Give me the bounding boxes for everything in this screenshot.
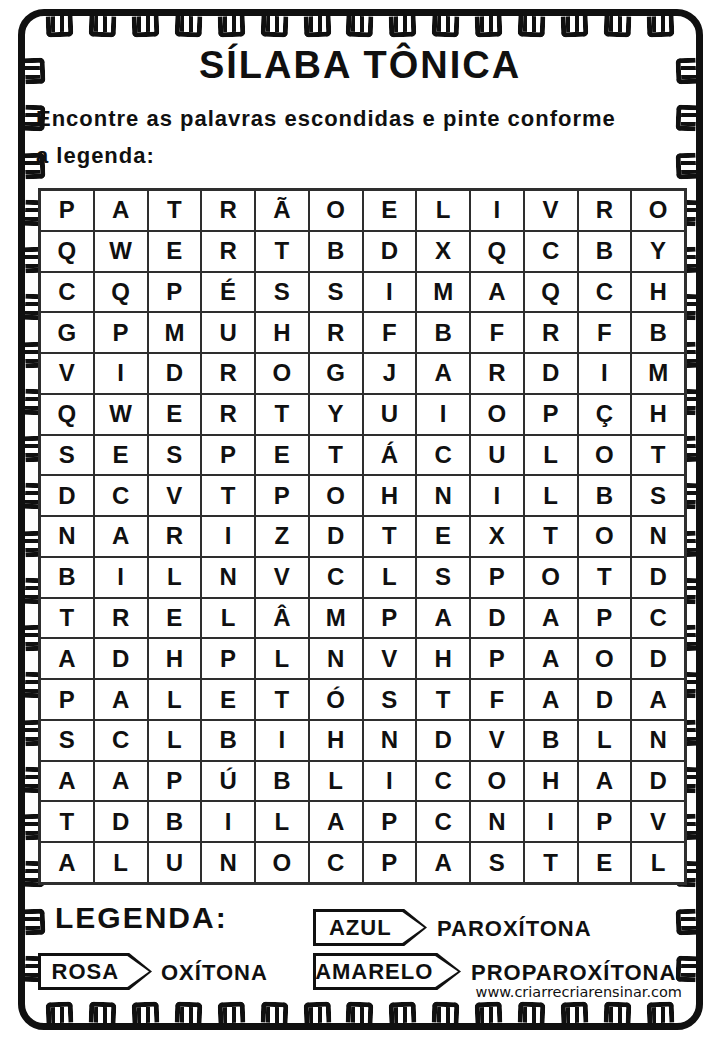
grid-cell[interactable]: J — [363, 353, 417, 394]
grid-cell[interactable]: U — [363, 394, 417, 435]
comb-ornament — [346, 16, 374, 38]
grid-cell[interactable]: L — [201, 598, 255, 639]
comb-ornament — [676, 105, 697, 132]
grid-cell[interactable]: É — [201, 272, 255, 313]
grid-cell[interactable]: H — [148, 638, 202, 679]
grid-cell[interactable]: C — [416, 801, 470, 842]
grid-cell[interactable]: B — [578, 231, 632, 272]
grid-cell[interactable]: L — [255, 638, 309, 679]
legend-color-label: AMARELO — [315, 959, 459, 985]
grid-cell[interactable]: B — [416, 312, 470, 353]
grid-cell[interactable]: M — [631, 353, 685, 394]
grid-cell[interactable]: L — [255, 801, 309, 842]
grid-cell[interactable]: G — [309, 353, 363, 394]
comb-ornament — [432, 16, 460, 38]
grid-cell[interactable]: O — [255, 353, 309, 394]
comb-ornament — [131, 1002, 159, 1024]
grid-cell[interactable]: L — [578, 720, 632, 761]
grid-cell[interactable]: E — [578, 842, 632, 883]
grid-cell[interactable]: R — [578, 190, 632, 231]
grid-cell[interactable]: O — [631, 190, 685, 231]
grid-cell[interactable]: W — [94, 231, 148, 272]
grid-cell[interactable]: T — [524, 842, 578, 883]
grid-cell[interactable]: P — [470, 557, 524, 598]
grid-cell[interactable]: L — [148, 557, 202, 598]
grid-cell[interactable]: C — [40, 272, 94, 313]
comb-ornament — [647, 1002, 675, 1024]
grid-cell[interactable]: R — [201, 190, 255, 231]
grid-cell[interactable]: D — [524, 353, 578, 394]
grid-cell[interactable]: N — [40, 516, 94, 557]
comb-ornament — [217, 1002, 245, 1024]
comb-ornament — [561, 1002, 589, 1024]
comb-ornament — [303, 16, 331, 38]
comb-ornament — [131, 16, 159, 38]
grid-cell[interactable]: T — [363, 516, 417, 557]
grid-cell[interactable]: I — [416, 394, 470, 435]
grid-cell[interactable]: O — [255, 842, 309, 883]
grid-cell[interactable]: U — [148, 842, 202, 883]
comb-ornament — [46, 16, 74, 38]
grid-cell[interactable]: C — [416, 761, 470, 802]
grid-cell[interactable]: D — [363, 231, 417, 272]
grid-cell[interactable]: N — [363, 720, 417, 761]
grid-cell[interactable]: C — [416, 435, 470, 476]
comb-ornament — [518, 1002, 546, 1024]
grid-cell[interactable]: I — [201, 516, 255, 557]
grid-cell[interactable]: D — [631, 638, 685, 679]
grid-cell[interactable]: T — [201, 475, 255, 516]
grid-cell[interactable]: H — [631, 394, 685, 435]
grid-cell[interactable]: D — [94, 801, 148, 842]
grid-cell[interactable]: A — [40, 842, 94, 883]
grid-cell[interactable]: Q — [94, 272, 148, 313]
grid-cell[interactable]: P — [201, 435, 255, 476]
grid-cell[interactable]: P — [363, 801, 417, 842]
legend-meaning-proparoxitona: PROPAROXÍTONA — [471, 960, 676, 986]
grid-cell[interactable]: D — [470, 598, 524, 639]
grid-cell[interactable]: Ú — [201, 761, 255, 802]
grid-cell[interactable]: S — [40, 435, 94, 476]
grid-cell[interactable]: N — [416, 475, 470, 516]
grid-cell[interactable]: S — [631, 475, 685, 516]
grid-cell[interactable]: B — [201, 720, 255, 761]
grid-cell[interactable]: D — [309, 516, 363, 557]
grid-cell[interactable]: P — [148, 761, 202, 802]
comb-ornament — [518, 16, 546, 38]
grid-cell[interactable]: P — [148, 272, 202, 313]
grid-cell[interactable]: O — [578, 516, 632, 557]
grid-cell[interactable]: L — [631, 842, 685, 883]
comb-ornament — [604, 1002, 632, 1024]
page-title: SÍLABA TÔNICA — [20, 44, 700, 87]
grid-cell[interactable]: F — [578, 312, 632, 353]
grid-cell[interactable]: Q — [524, 272, 578, 313]
legend-meaning-paroxitona: PAROXÍTONA — [437, 916, 592, 942]
grid-cell[interactable]: D — [40, 475, 94, 516]
grid-cell[interactable]: B — [309, 231, 363, 272]
grid-cell[interactable]: O — [470, 394, 524, 435]
grid-cell[interactable]: P — [94, 312, 148, 353]
grid-cell[interactable]: P — [255, 475, 309, 516]
grid-cell[interactable]: S — [255, 272, 309, 313]
comb-ornament — [676, 908, 697, 935]
grid-cell[interactable]: T — [255, 679, 309, 720]
grid-cell[interactable]: M — [148, 312, 202, 353]
border-ornament-top — [46, 16, 674, 37]
legend-tag-amarelo: AMARELO — [313, 953, 461, 990]
grid-cell[interactable]: O — [309, 475, 363, 516]
grid-cell[interactable]: P — [470, 638, 524, 679]
grid-cell[interactable]: P — [363, 842, 417, 883]
grid-cell[interactable]: T — [309, 435, 363, 476]
legend-color-label: ROSA — [52, 959, 139, 985]
grid-cell[interactable]: D — [416, 720, 470, 761]
grid-cell[interactable]: T — [416, 679, 470, 720]
grid-cell[interactable]: O — [524, 557, 578, 598]
grid-cell[interactable]: B — [631, 312, 685, 353]
grid-cell[interactable]: R — [201, 394, 255, 435]
grid-cell[interactable]: E — [201, 679, 255, 720]
legend-tag-amarelo-inner: AMARELO — [316, 956, 458, 987]
comb-ornament — [174, 16, 202, 38]
grid-cell[interactable]: Á — [363, 435, 417, 476]
grid-cell[interactable]: A — [309, 801, 363, 842]
grid-cell[interactable]: M — [416, 272, 470, 313]
grid-cell[interactable]: Ç — [578, 394, 632, 435]
grid-cell[interactable]: T — [255, 231, 309, 272]
grid-cell[interactable]: A — [524, 638, 578, 679]
grid-cell[interactable]: I — [255, 720, 309, 761]
grid-cell[interactable]: A — [94, 679, 148, 720]
grid-cell[interactable]: D — [631, 761, 685, 802]
grid-cell[interactable]: C — [578, 272, 632, 313]
word-search-grid: PATRÃOELIVROQWERTBDXQCBYCQPÉSSIMAQCHGPMU… — [38, 188, 687, 885]
grid-cell[interactable]: S — [148, 435, 202, 476]
grid-cell[interactable]: V — [470, 720, 524, 761]
grid-cell[interactable]: N — [309, 638, 363, 679]
grid-cell[interactable]: A — [40, 638, 94, 679]
grid-cell[interactable]: E — [148, 231, 202, 272]
grid-cell[interactable]: P — [578, 801, 632, 842]
comb-ornament — [174, 1002, 202, 1024]
grid-cell[interactable]: A — [94, 190, 148, 231]
grid-cell[interactable]: R — [309, 312, 363, 353]
grid-cell[interactable]: L — [94, 842, 148, 883]
grid-cell[interactable]: C — [94, 720, 148, 761]
grid-cell[interactable]: S — [416, 557, 470, 598]
grid-cell[interactable]: P — [201, 638, 255, 679]
comb-ornament — [46, 1002, 74, 1024]
grid-cell[interactable]: L — [363, 557, 417, 598]
instructions-line1: Encontre as palavras escondidas e pinte … — [36, 106, 616, 132]
grid-cell[interactable]: L — [416, 190, 470, 231]
grid-cell[interactable]: R — [148, 516, 202, 557]
grid-cell[interactable]: I — [578, 353, 632, 394]
grid-cell[interactable]: Q — [470, 231, 524, 272]
grid-cell[interactable]: I — [524, 801, 578, 842]
grid-cell[interactable]: A — [94, 516, 148, 557]
grid-cell[interactable]: B — [148, 801, 202, 842]
grid-cell[interactable]: A — [416, 598, 470, 639]
grid-cell[interactable]: P — [40, 679, 94, 720]
comb-ornament — [260, 1002, 288, 1024]
grid-cell[interactable]: D — [94, 638, 148, 679]
grid-cell[interactable]: N — [470, 801, 524, 842]
grid-cell[interactable]: T — [40, 598, 94, 639]
grid-cell[interactable]: S — [309, 272, 363, 313]
grid-cell[interactable]: A — [631, 679, 685, 720]
legend-tag-azul: AZUL — [313, 909, 427, 946]
grid-cell[interactable]: A — [416, 353, 470, 394]
grid-cell[interactable]: L — [309, 761, 363, 802]
grid-cell[interactable]: X — [416, 231, 470, 272]
comb-ornament — [260, 16, 288, 38]
instructions-line2: a legenda: — [36, 143, 155, 169]
grid-cell[interactable]: F — [470, 679, 524, 720]
legend-tag-azul-inner: AZUL — [316, 912, 424, 943]
grid-cell[interactable]: C — [524, 231, 578, 272]
grid-cell[interactable]: S — [470, 842, 524, 883]
grid-cell[interactable]: P — [578, 598, 632, 639]
grid-cell[interactable]: H — [255, 312, 309, 353]
legend-heading: LEGENDA: — [55, 901, 228, 935]
border-ornament-bottom — [46, 1002, 674, 1023]
grid-cell[interactable]: C — [309, 842, 363, 883]
grid-cell[interactable]: Q — [40, 394, 94, 435]
grid-cell[interactable]: I — [94, 557, 148, 598]
grid-cell[interactable]: E — [148, 394, 202, 435]
grid-cell[interactable]: B — [40, 557, 94, 598]
comb-ornament — [604, 16, 632, 38]
comb-ornament — [676, 955, 697, 982]
comb-ornament — [89, 16, 117, 38]
grid-cell[interactable]: S — [40, 720, 94, 761]
grid-cell[interactable]: V — [631, 801, 685, 842]
grid-cell[interactable]: W — [94, 394, 148, 435]
grid-cell[interactable]: P — [40, 190, 94, 231]
grid-cell[interactable]: F — [363, 312, 417, 353]
grid-cell[interactable]: T — [631, 435, 685, 476]
grid-cell[interactable]: O — [578, 638, 632, 679]
grid-cell[interactable]: V — [40, 353, 94, 394]
comb-ornament — [561, 16, 589, 38]
grid-cell[interactable]: A — [578, 761, 632, 802]
grid-cell[interactable]: I — [363, 761, 417, 802]
grid-cell[interactable]: H — [631, 272, 685, 313]
comb-ornament — [217, 16, 245, 38]
grid-cell[interactable]: A — [524, 598, 578, 639]
grid-cell[interactable]: T — [255, 394, 309, 435]
grid-cell[interactable]: I — [470, 475, 524, 516]
grid-cell[interactable]: Z — [255, 516, 309, 557]
legend-meaning-oxitona: OXÍTONA — [161, 960, 268, 986]
grid-cell[interactable]: E — [255, 435, 309, 476]
grid-cell[interactable]: G — [40, 312, 94, 353]
grid-cell[interactable]: L — [148, 679, 202, 720]
comb-ornament — [303, 1002, 331, 1024]
comb-ornament — [25, 908, 46, 935]
grid-cell[interactable]: I — [94, 353, 148, 394]
grid-cell[interactable]: I — [470, 190, 524, 231]
grid-cell[interactable]: P — [363, 598, 417, 639]
grid-cell[interactable]: R — [524, 312, 578, 353]
grid-cell[interactable]: H — [524, 761, 578, 802]
grid-cell[interactable]: L — [524, 435, 578, 476]
grid-cell[interactable]: F — [470, 312, 524, 353]
grid-cell[interactable]: X — [470, 516, 524, 557]
grid-cell[interactable]: A — [94, 761, 148, 802]
comb-ornament — [475, 1002, 503, 1024]
legend-color-label: AZUL — [329, 915, 411, 941]
comb-ornament — [432, 1002, 460, 1024]
grid-cell[interactable]: A — [470, 272, 524, 313]
grid-cell[interactable]: M — [309, 598, 363, 639]
grid-cell[interactable]: A — [416, 842, 470, 883]
grid-cell[interactable]: H — [416, 638, 470, 679]
grid-cell[interactable]: I — [201, 801, 255, 842]
grid-cell[interactable]: V — [255, 557, 309, 598]
grid-cell[interactable]: O — [578, 435, 632, 476]
grid-cell[interactable]: N — [631, 516, 685, 557]
comb-ornament — [89, 1002, 117, 1024]
grid-cell[interactable]: E — [148, 598, 202, 639]
grid-cell[interactable]: Y — [631, 231, 685, 272]
grid-cell[interactable]: V — [524, 190, 578, 231]
grid-cell[interactable]: Q — [40, 231, 94, 272]
grid-cell[interactable]: R — [201, 231, 255, 272]
grid-cell[interactable]: P — [524, 394, 578, 435]
grid-cell[interactable]: N — [631, 720, 685, 761]
grid-cell[interactable]: D — [148, 353, 202, 394]
comb-ornament — [647, 16, 675, 38]
comb-ornament — [676, 152, 697, 179]
grid-cell[interactable]: B — [524, 720, 578, 761]
comb-ornament — [346, 1002, 374, 1024]
comb-ornament — [389, 1002, 417, 1024]
grid-cell[interactable]: Y — [309, 394, 363, 435]
grid-cell[interactable]: U — [470, 435, 524, 476]
grid-cell[interactable]: L — [148, 720, 202, 761]
website-credit: www.criarrecriarensinar.com — [476, 984, 682, 1000]
comb-ornament — [389, 16, 417, 38]
grid-cell[interactable]: E — [363, 190, 417, 231]
grid-cell[interactable]: N — [201, 842, 255, 883]
grid-cell[interactable]: D — [631, 557, 685, 598]
grid-cell[interactable]: E — [416, 516, 470, 557]
grid-cell[interactable]: E — [94, 435, 148, 476]
grid-cell[interactable]: O — [470, 761, 524, 802]
grid-cell[interactable]: T — [40, 801, 94, 842]
grid-cell[interactable]: R — [201, 353, 255, 394]
grid-cell[interactable]: T — [524, 516, 578, 557]
grid-cell[interactable]: C — [94, 475, 148, 516]
grid-cell[interactable]: S — [363, 679, 417, 720]
grid-cell[interactable]: D — [578, 679, 632, 720]
legend-tag-rosa-inner: ROSA — [41, 956, 149, 987]
grid-cell[interactable]: T — [578, 557, 632, 598]
grid-cell[interactable]: V — [148, 475, 202, 516]
grid-cell[interactable]: A — [524, 679, 578, 720]
grid-cell[interactable]: L — [524, 475, 578, 516]
grid-cell[interactable]: Â — [255, 598, 309, 639]
grid-cell[interactable]: N — [201, 557, 255, 598]
grid-cell[interactable]: C — [631, 598, 685, 639]
grid-cell[interactable]: H — [309, 720, 363, 761]
grid-cell[interactable]: U — [201, 312, 255, 353]
grid-cell[interactable]: I — [363, 272, 417, 313]
grid-cell[interactable]: H — [363, 475, 417, 516]
comb-ornament — [475, 16, 503, 38]
grid-cell[interactable]: B — [255, 761, 309, 802]
legend-tag-rosa: ROSA — [38, 953, 152, 990]
grid-cell[interactable]: C — [309, 557, 363, 598]
grid-cell[interactable]: B — [578, 475, 632, 516]
grid-cell[interactable]: O — [309, 190, 363, 231]
grid-cell[interactable]: A — [40, 761, 94, 802]
grid-cell[interactable]: Ó — [309, 679, 363, 720]
grid-cell[interactable]: V — [363, 638, 417, 679]
grid-cell[interactable]: R — [470, 353, 524, 394]
grid-cell[interactable]: Ã — [255, 190, 309, 231]
grid-cell[interactable]: T — [148, 190, 202, 231]
grid-cell[interactable]: R — [94, 598, 148, 639]
